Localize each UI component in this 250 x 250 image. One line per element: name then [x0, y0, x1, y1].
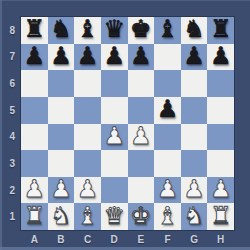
square-a6[interactable]	[21, 70, 48, 97]
file-labels: ABCDEFGH	[21, 230, 234, 248]
square-f2[interactable]: ♟	[154, 177, 181, 204]
black-pawn: ♟	[50, 44, 72, 68]
square-f1[interactable]: ♝	[154, 203, 181, 230]
square-f7[interactable]	[154, 44, 181, 71]
square-g8[interactable]: ♞	[181, 17, 208, 44]
white-pawn: ♟	[24, 177, 46, 201]
black-pawn: ♟	[24, 44, 46, 68]
square-f6[interactable]	[154, 70, 181, 97]
rank-label-7: 7	[0, 44, 21, 71]
chess-diagram-frame: 87654321 ♜♞♝♛♚♝♞♜♟♟♟♟♟♟♟♟♟♟♟♟♟♟♟♟♜♞♝♛♚♝♞…	[0, 0, 250, 250]
white-knight: ♞	[50, 204, 72, 228]
square-e1[interactable]: ♚	[128, 203, 155, 230]
white-bishop: ♝	[157, 204, 179, 228]
square-g5[interactable]	[181, 97, 208, 124]
black-knight: ♞	[183, 17, 205, 41]
white-pawn: ♟	[103, 124, 125, 148]
rank-label-2: 2	[0, 177, 21, 204]
square-h4[interactable]	[207, 124, 234, 151]
square-g7[interactable]: ♟	[181, 44, 208, 71]
square-d3[interactable]	[101, 150, 128, 177]
white-rook: ♜	[24, 204, 46, 228]
square-a7[interactable]: ♟	[21, 44, 48, 71]
square-g4[interactable]	[181, 124, 208, 151]
square-a4[interactable]	[21, 124, 48, 151]
square-d5[interactable]	[101, 97, 128, 124]
white-pawn: ♟	[130, 124, 152, 148]
square-h8[interactable]: ♜	[207, 17, 234, 44]
file-label-e: E	[128, 230, 155, 248]
square-c2[interactable]: ♟	[74, 177, 101, 204]
square-c8[interactable]: ♝	[74, 17, 101, 44]
square-h1[interactable]: ♜	[207, 203, 234, 230]
square-b6[interactable]	[48, 70, 75, 97]
square-h3[interactable]	[207, 150, 234, 177]
square-g6[interactable]	[181, 70, 208, 97]
square-d4[interactable]: ♟	[101, 124, 128, 151]
square-a2[interactable]: ♟	[21, 177, 48, 204]
square-c3[interactable]	[74, 150, 101, 177]
square-h7[interactable]: ♟	[207, 44, 234, 71]
square-d2[interactable]	[101, 177, 128, 204]
square-b1[interactable]: ♞	[48, 203, 75, 230]
square-h5[interactable]	[207, 97, 234, 124]
square-f5[interactable]: ♟	[154, 97, 181, 124]
square-f4[interactable]	[154, 124, 181, 151]
black-pawn: ♟	[103, 44, 125, 68]
square-d8[interactable]: ♛	[101, 17, 128, 44]
square-c6[interactable]	[74, 70, 101, 97]
white-king: ♚	[130, 204, 152, 228]
square-c7[interactable]: ♟	[74, 44, 101, 71]
rank-label-5: 5	[0, 97, 21, 124]
black-pawn: ♟	[130, 44, 152, 68]
square-e4[interactable]: ♟	[128, 124, 155, 151]
square-a5[interactable]	[21, 97, 48, 124]
white-pawn: ♟	[183, 177, 205, 201]
file-label-c: C	[74, 230, 101, 248]
square-b5[interactable]	[48, 97, 75, 124]
white-knight: ♞	[183, 204, 205, 228]
black-knight: ♞	[50, 17, 72, 41]
square-e2[interactable]	[128, 177, 155, 204]
black-queen: ♛	[103, 17, 125, 41]
square-e8[interactable]: ♚	[128, 17, 155, 44]
square-c4[interactable]	[74, 124, 101, 151]
square-e3[interactable]	[128, 150, 155, 177]
square-g2[interactable]: ♟	[181, 177, 208, 204]
black-king: ♚	[130, 17, 152, 41]
square-a3[interactable]	[21, 150, 48, 177]
black-pawn: ♟	[157, 97, 179, 121]
file-label-h: H	[207, 230, 234, 248]
square-e6[interactable]	[128, 70, 155, 97]
black-rook: ♜	[24, 17, 46, 41]
black-rook: ♜	[210, 17, 232, 41]
chess-board: ♜♞♝♛♚♝♞♜♟♟♟♟♟♟♟♟♟♟♟♟♟♟♟♟♜♞♝♛♚♝♞♜	[21, 17, 234, 230]
square-d6[interactable]	[101, 70, 128, 97]
square-e7[interactable]: ♟	[128, 44, 155, 71]
square-d1[interactable]: ♛	[101, 203, 128, 230]
file-label-a: A	[21, 230, 48, 248]
square-b4[interactable]	[48, 124, 75, 151]
square-a8[interactable]: ♜	[21, 17, 48, 44]
square-g1[interactable]: ♞	[181, 203, 208, 230]
file-label-d: D	[101, 230, 128, 248]
square-a1[interactable]: ♜	[21, 203, 48, 230]
white-pawn: ♟	[77, 177, 99, 201]
square-c1[interactable]: ♝	[74, 203, 101, 230]
file-label-b: B	[48, 230, 75, 248]
rank-label-4: 4	[0, 124, 21, 151]
square-b2[interactable]: ♟	[48, 177, 75, 204]
white-rook: ♜	[210, 204, 232, 228]
square-d7[interactable]: ♟	[101, 44, 128, 71]
rank-label-1: 1	[0, 203, 21, 230]
square-e5[interactable]	[128, 97, 155, 124]
white-queen: ♛	[103, 204, 125, 228]
black-bishop: ♝	[77, 17, 99, 41]
square-b8[interactable]: ♞	[48, 17, 75, 44]
file-label-f: F	[154, 230, 181, 248]
white-pawn: ♟	[50, 177, 72, 201]
square-h6[interactable]	[207, 70, 234, 97]
square-b7[interactable]: ♟	[48, 44, 75, 71]
white-pawn: ♟	[210, 177, 232, 201]
black-pawn: ♟	[183, 44, 205, 68]
black-pawn: ♟	[77, 44, 99, 68]
file-label-g: G	[181, 230, 208, 248]
rank-label-8: 8	[0, 17, 21, 44]
square-g3[interactable]	[181, 150, 208, 177]
white-bishop: ♝	[77, 204, 99, 228]
rank-label-6: 6	[0, 70, 21, 97]
square-c5[interactable]	[74, 97, 101, 124]
square-b3[interactable]	[48, 150, 75, 177]
rank-labels: 87654321	[0, 17, 21, 230]
black-pawn: ♟	[210, 44, 232, 68]
black-bishop: ♝	[157, 17, 179, 41]
rank-label-3: 3	[0, 150, 21, 177]
square-f3[interactable]	[154, 150, 181, 177]
frame-top-highlight	[0, 0, 250, 1]
white-pawn: ♟	[157, 177, 179, 201]
square-f8[interactable]: ♝	[154, 17, 181, 44]
square-h2[interactable]: ♟	[207, 177, 234, 204]
